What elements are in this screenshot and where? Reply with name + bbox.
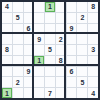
cell-r9c3[interactable] xyxy=(24,88,34,98)
cell-r5c8[interactable] xyxy=(77,45,87,55)
sudoku-board: 418526992853189625174 xyxy=(0,0,100,100)
cell-r1c7[interactable] xyxy=(67,2,77,12)
cell-r7c8[interactable] xyxy=(77,67,87,77)
cell-r1c9[interactable]: 8 xyxy=(88,2,98,12)
cell-r7c5[interactable] xyxy=(45,67,55,77)
cell-r3c3[interactable]: 6 xyxy=(24,24,34,34)
cell-r3c7[interactable]: 9 xyxy=(67,24,77,34)
cell-r4c4[interactable]: 9 xyxy=(34,34,44,44)
cell-r3c2[interactable] xyxy=(13,24,23,34)
cell-r9c8[interactable] xyxy=(77,88,87,98)
cell-r2c5[interactable] xyxy=(45,13,55,23)
cell-r6c5[interactable] xyxy=(45,56,55,66)
cell-r9c9[interactable]: 4 xyxy=(88,88,98,98)
cell-r9c5[interactable]: 7 xyxy=(45,88,55,98)
cell-r7c7[interactable]: 6 xyxy=(67,67,77,77)
cell-r9c2[interactable] xyxy=(13,88,23,98)
cell-r4c2[interactable] xyxy=(13,34,23,44)
cell-r1c6[interactable] xyxy=(56,2,66,12)
cell-r4c1[interactable] xyxy=(2,34,12,44)
cell-r2c3[interactable] xyxy=(24,13,34,23)
cell-r5c7[interactable] xyxy=(67,45,77,55)
cell-r8c7[interactable] xyxy=(67,77,77,87)
cell-r1c3[interactable] xyxy=(24,2,34,12)
cell-r9c1[interactable]: 1 xyxy=(2,88,12,98)
cell-r7c6[interactable] xyxy=(56,67,66,77)
cell-r7c9[interactable] xyxy=(88,67,98,77)
cell-r7c2[interactable] xyxy=(13,67,23,77)
cell-r1c1[interactable]: 4 xyxy=(2,2,12,12)
cell-r1c5[interactable]: 1 xyxy=(45,2,55,12)
cell-r8c4[interactable] xyxy=(34,77,44,87)
cell-r8c8[interactable]: 5 xyxy=(77,77,87,87)
cell-r8c3[interactable] xyxy=(24,77,34,87)
cell-r5c6[interactable] xyxy=(56,45,66,55)
cell-r3c9[interactable] xyxy=(88,24,98,34)
cell-r8c1[interactable] xyxy=(2,77,12,87)
cell-r4c3[interactable] xyxy=(24,34,34,44)
cell-r7c1[interactable] xyxy=(2,67,12,77)
cell-r5c5[interactable]: 5 xyxy=(45,45,55,55)
cell-r5c3[interactable] xyxy=(24,45,34,55)
cell-r8c9[interactable] xyxy=(88,77,98,87)
cell-r1c2[interactable] xyxy=(13,2,23,12)
cell-r5c1[interactable]: 8 xyxy=(2,45,12,55)
cell-r1c4[interactable] xyxy=(34,2,44,12)
cell-r6c7[interactable] xyxy=(67,56,77,66)
cell-r3c4[interactable] xyxy=(34,24,44,34)
cell-r9c7[interactable] xyxy=(67,88,77,98)
cell-r3c5[interactable] xyxy=(45,24,55,34)
cell-r8c5[interactable] xyxy=(45,77,55,87)
cell-r2c4[interactable] xyxy=(34,13,44,23)
cell-r6c9[interactable] xyxy=(88,56,98,66)
cell-r6c8[interactable] xyxy=(77,56,87,66)
cell-r6c2[interactable] xyxy=(13,56,23,66)
cell-r2c1[interactable] xyxy=(2,13,12,23)
cell-r4c6[interactable]: 2 xyxy=(56,34,66,44)
cell-r3c1[interactable] xyxy=(2,24,12,34)
cell-r5c4[interactable] xyxy=(34,45,44,55)
cell-r5c2[interactable] xyxy=(13,45,23,55)
cell-r2c6[interactable] xyxy=(56,13,66,23)
cell-r4c8[interactable] xyxy=(77,34,87,44)
cell-r6c1[interactable] xyxy=(2,56,12,66)
cell-r4c5[interactable] xyxy=(45,34,55,44)
cell-r2c7[interactable] xyxy=(67,13,77,23)
cell-r3c8[interactable] xyxy=(77,24,87,34)
cell-r4c9[interactable] xyxy=(88,34,98,44)
cell-r4c7[interactable] xyxy=(67,34,77,44)
cell-r7c4[interactable] xyxy=(34,67,44,77)
cell-r6c3[interactable] xyxy=(24,56,34,66)
cell-r1c8[interactable] xyxy=(77,2,87,12)
cell-r2c8[interactable]: 2 xyxy=(77,13,87,23)
cell-r2c9[interactable] xyxy=(88,13,98,23)
cell-r9c4[interactable] xyxy=(34,88,44,98)
cell-r6c4[interactable]: 1 xyxy=(34,56,44,66)
cell-r3c6[interactable] xyxy=(56,24,66,34)
cell-r5c9[interactable]: 3 xyxy=(88,45,98,55)
cell-r8c6[interactable] xyxy=(56,77,66,87)
cell-r9c6[interactable] xyxy=(56,88,66,98)
cell-r7c3[interactable]: 9 xyxy=(24,67,34,77)
cell-r8c2[interactable]: 2 xyxy=(13,77,23,87)
cell-r2c2[interactable]: 5 xyxy=(13,13,23,23)
cell-r6c6[interactable]: 8 xyxy=(56,56,66,66)
